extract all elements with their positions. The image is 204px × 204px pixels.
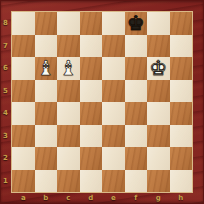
square-a6[interactable]	[12, 57, 35, 80]
square-d8[interactable]	[80, 12, 103, 35]
square-b6[interactable]: ♝	[35, 57, 58, 80]
square-b1[interactable]	[35, 170, 58, 193]
square-c4[interactable]	[57, 102, 80, 125]
square-g8[interactable]	[147, 12, 170, 35]
rank-label-4: 4	[0, 102, 11, 125]
square-e2[interactable]	[102, 147, 125, 170]
square-h3[interactable]	[170, 125, 193, 148]
square-f7[interactable]	[125, 35, 148, 58]
square-g4[interactable]	[147, 102, 170, 125]
chess-board-frame: ♚♝♝♚ 87654321 abcdefgh	[0, 0, 204, 204]
square-g2[interactable]	[147, 147, 170, 170]
rank-label-8: 8	[0, 12, 11, 35]
square-c2[interactable]	[57, 147, 80, 170]
square-h6[interactable]	[170, 57, 193, 80]
square-f8[interactable]: ♚	[125, 12, 148, 35]
rank-label-7: 7	[0, 35, 11, 58]
square-f4[interactable]	[125, 102, 148, 125]
square-b8[interactable]	[35, 12, 58, 35]
square-c5[interactable]	[57, 80, 80, 103]
square-b2[interactable]	[35, 147, 58, 170]
square-f1[interactable]	[125, 170, 148, 193]
square-a7[interactable]	[12, 35, 35, 58]
square-e6[interactable]	[102, 57, 125, 80]
square-d4[interactable]	[80, 102, 103, 125]
rank-label-6: 6	[0, 57, 11, 80]
square-h1[interactable]	[170, 170, 193, 193]
square-h2[interactable]	[170, 147, 193, 170]
square-g6[interactable]: ♚	[147, 57, 170, 80]
file-label-g: g	[147, 193, 170, 204]
rank-label-2: 2	[0, 147, 11, 170]
rank-label-3: 3	[0, 125, 11, 148]
square-e4[interactable]	[102, 102, 125, 125]
square-e7[interactable]	[102, 35, 125, 58]
square-e5[interactable]	[102, 80, 125, 103]
square-f3[interactable]	[125, 125, 148, 148]
piece-white-bishop[interactable]: ♝	[35, 57, 58, 80]
square-c7[interactable]	[57, 35, 80, 58]
rank-label-1: 1	[0, 170, 11, 193]
piece-white-bishop[interactable]: ♝	[57, 57, 80, 80]
square-c1[interactable]	[57, 170, 80, 193]
square-d1[interactable]	[80, 170, 103, 193]
file-label-f: f	[125, 193, 148, 204]
square-d5[interactable]	[80, 80, 103, 103]
rank-label-5: 5	[0, 80, 11, 103]
square-d6[interactable]	[80, 57, 103, 80]
chess-board: ♚♝♝♚	[11, 11, 193, 193]
square-a1[interactable]	[12, 170, 35, 193]
square-h7[interactable]	[170, 35, 193, 58]
square-d2[interactable]	[80, 147, 103, 170]
square-e3[interactable]	[102, 125, 125, 148]
square-d3[interactable]	[80, 125, 103, 148]
square-e8[interactable]	[102, 12, 125, 35]
square-g5[interactable]	[147, 80, 170, 103]
square-f2[interactable]	[125, 147, 148, 170]
square-f6[interactable]	[125, 57, 148, 80]
square-h4[interactable]	[170, 102, 193, 125]
square-b3[interactable]	[35, 125, 58, 148]
file-label-c: c	[57, 193, 80, 204]
square-a8[interactable]	[12, 12, 35, 35]
square-h5[interactable]	[170, 80, 193, 103]
square-d7[interactable]	[80, 35, 103, 58]
square-a5[interactable]	[12, 80, 35, 103]
piece-white-king[interactable]: ♚	[147, 57, 170, 80]
square-a3[interactable]	[12, 125, 35, 148]
square-c6[interactable]: ♝	[57, 57, 80, 80]
square-a2[interactable]	[12, 147, 35, 170]
square-a4[interactable]	[12, 102, 35, 125]
file-label-h: h	[170, 193, 193, 204]
square-g1[interactable]	[147, 170, 170, 193]
file-label-e: e	[102, 193, 125, 204]
square-e1[interactable]	[102, 170, 125, 193]
file-label-a: a	[12, 193, 35, 204]
square-b4[interactable]	[35, 102, 58, 125]
square-h8[interactable]	[170, 12, 193, 35]
piece-black-king[interactable]: ♚	[125, 12, 148, 35]
square-g3[interactable]	[147, 125, 170, 148]
square-b7[interactable]	[35, 35, 58, 58]
square-b5[interactable]	[35, 80, 58, 103]
square-g7[interactable]	[147, 35, 170, 58]
square-f5[interactable]	[125, 80, 148, 103]
square-c3[interactable]	[57, 125, 80, 148]
file-label-d: d	[80, 193, 103, 204]
square-c8[interactable]	[57, 12, 80, 35]
file-label-b: b	[35, 193, 58, 204]
